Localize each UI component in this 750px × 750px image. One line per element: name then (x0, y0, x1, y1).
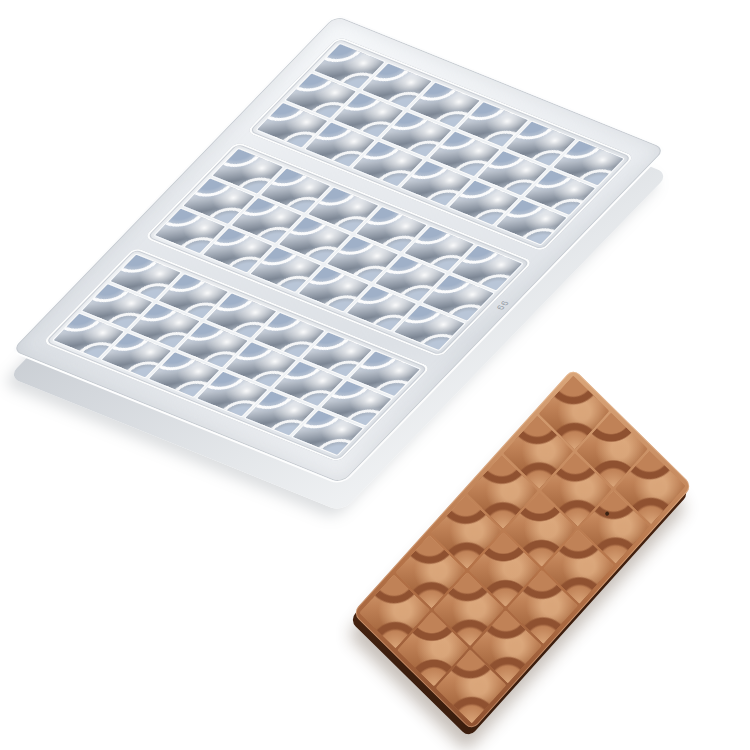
product-photo-scene: 99 (0, 0, 750, 750)
mold-marking-text: 99 (493, 299, 511, 311)
